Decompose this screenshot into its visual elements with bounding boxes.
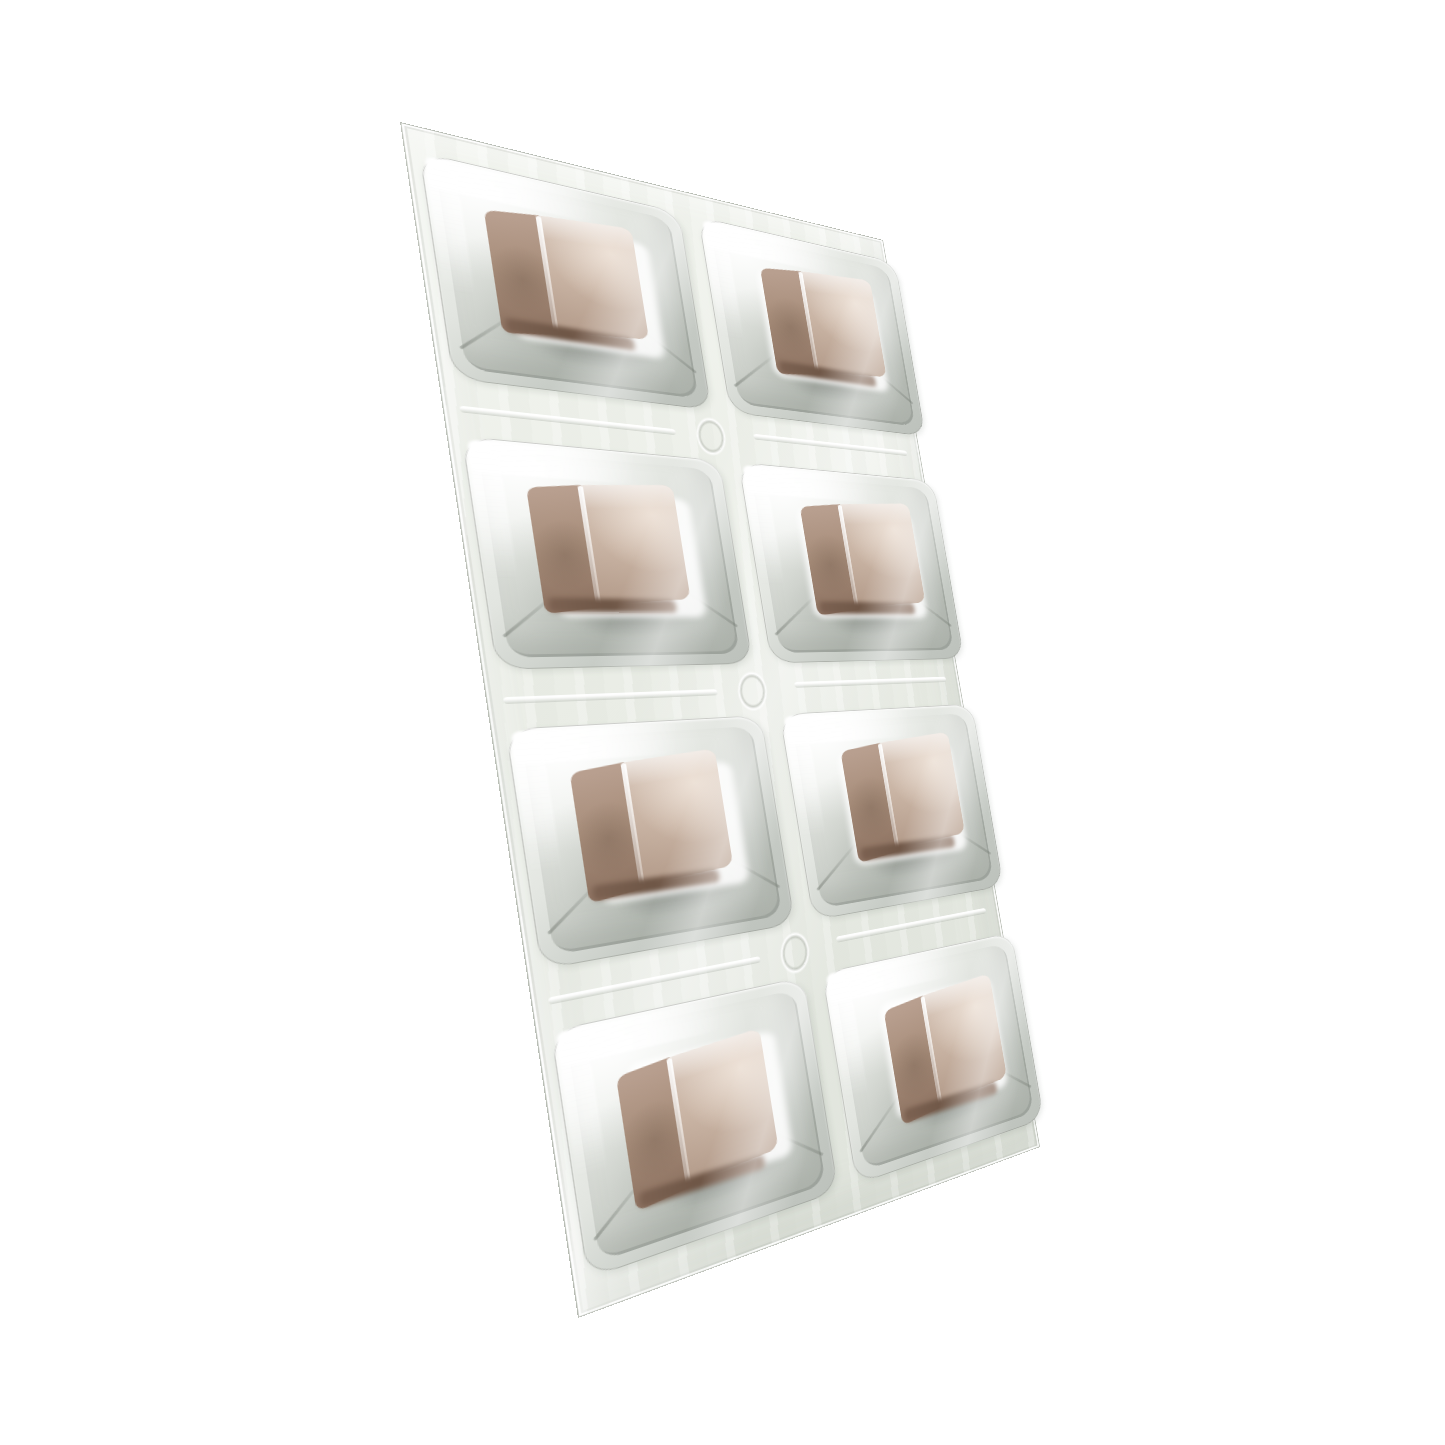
blister-pocket	[505, 715, 795, 970]
blister-dome	[738, 462, 964, 663]
blister-pack	[400, 122, 1040, 1318]
blister-pocket	[461, 436, 752, 670]
dome-gloss	[738, 462, 964, 663]
dome-gloss	[461, 436, 752, 670]
blister-dome	[505, 715, 795, 970]
dome-gloss	[698, 217, 926, 437]
blister-pocket	[779, 704, 1003, 921]
dome-gloss	[505, 715, 795, 970]
blister-dome	[698, 217, 926, 437]
photo-background	[0, 0, 1445, 1445]
blister-pocket	[738, 462, 964, 663]
blister-dome	[461, 436, 752, 670]
blister-dome	[779, 704, 1003, 921]
dome-gloss	[779, 704, 1003, 921]
blister-pocket	[698, 217, 926, 437]
